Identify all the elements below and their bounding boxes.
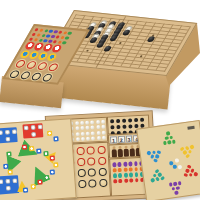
white-bead (80, 121, 84, 125)
colored-peg (134, 167, 138, 172)
number-tile: 3 (126, 135, 133, 142)
white-bead (86, 126, 90, 130)
ludo-path-cell (50, 170, 55, 175)
black-peg (122, 119, 126, 123)
ludo-path-cell (44, 175, 49, 180)
xiangqi-piece-black (98, 167, 108, 177)
colored-peg (113, 179, 117, 184)
white-bead (96, 125, 100, 129)
colored-peg (129, 178, 133, 183)
number-tile: 1 (110, 136, 117, 143)
brand-stamp-icon (187, 126, 194, 130)
ludo-path-cell (53, 162, 58, 167)
go-stone-black (96, 41, 105, 47)
checkers-peg (166, 131, 170, 135)
checkers-peg (194, 172, 199, 177)
drawer-peg (39, 29, 44, 33)
colored-peg (113, 168, 117, 173)
ludo-path-cell (43, 151, 48, 156)
chess-piece-body (124, 149, 129, 157)
ludo-path-cell (36, 148, 41, 153)
white-bead (97, 136, 101, 140)
white-bead (91, 136, 95, 140)
colored-peg (129, 167, 133, 172)
product-photo-multi-game-set: 12345 (0, 0, 200, 200)
white-bead (81, 137, 85, 141)
checkers-peg (172, 139, 176, 143)
xiangqi-piece-red (86, 156, 96, 166)
black-peg (128, 124, 132, 128)
colored-peg (118, 173, 122, 178)
go-stone-black (89, 37, 98, 43)
chess-piece (129, 145, 135, 156)
go-hoshi-point (86, 50, 89, 52)
checkers-peg (167, 140, 171, 144)
white-bead (85, 121, 89, 125)
drawer-xiangqi-rows (7, 59, 66, 84)
white-bead (86, 136, 90, 140)
colored-peg (112, 162, 116, 167)
checkers-peg (164, 136, 168, 140)
ludo-path-cell (23, 187, 28, 192)
white-bead (76, 137, 80, 141)
xiangqi-piece-black (88, 178, 98, 188)
ludo-path-cell (8, 169, 13, 174)
checkers-peg (176, 186, 180, 190)
black-peg (134, 118, 138, 122)
ludo-base (22, 123, 43, 138)
black-peg (140, 118, 144, 122)
checkers-peg (153, 158, 158, 163)
checkers-peg (155, 154, 160, 159)
chess-piece-body (112, 149, 117, 157)
colored-peg (123, 162, 127, 167)
white-bead (96, 120, 100, 124)
ludo-board (0, 118, 77, 200)
white-bead (75, 121, 79, 125)
white-bead (75, 126, 79, 130)
go-stone-black (122, 29, 131, 35)
go-hoshi-point (139, 55, 142, 57)
checkers-peg (190, 144, 195, 149)
checkers-peg (172, 187, 176, 191)
checkers-center-peg (178, 165, 182, 169)
go-stone-black (103, 46, 112, 52)
colored-peg (123, 167, 127, 172)
checkers-peg (169, 183, 173, 187)
white-bead (75, 132, 79, 136)
checkers-triangle (165, 178, 187, 198)
chess-piece (123, 146, 129, 157)
xiangqi-piece-black (98, 178, 108, 188)
checkers-peg (169, 135, 173, 139)
black-peg (110, 119, 114, 123)
colored-peg (113, 173, 117, 178)
chess-piece (111, 146, 117, 157)
xiangqi-piece-red (86, 145, 96, 155)
ludo-path-cell (3, 164, 8, 169)
ludo-path-cell (53, 136, 58, 141)
checkers-peg (175, 191, 179, 195)
checkers-center-peg (175, 158, 179, 162)
white-bead (102, 130, 106, 134)
checkers-center-peg (173, 165, 177, 169)
white-bead (102, 136, 106, 140)
colored-peg (128, 161, 132, 166)
colored-peg (118, 167, 122, 172)
number-tile: 2 (118, 136, 125, 143)
white-bead (101, 125, 105, 129)
chinese-checkers-board (136, 120, 200, 200)
colored-peg (135, 178, 139, 183)
chess-piece-body (118, 149, 123, 157)
drawer-peg (58, 31, 63, 35)
xiangqi-piece-black (87, 167, 97, 177)
xiangqi-piece-red (75, 146, 85, 156)
black-peg (116, 119, 120, 123)
white-bead (91, 131, 95, 135)
white-bead (80, 126, 84, 130)
colored-peg (118, 162, 122, 167)
black-peg (110, 125, 114, 129)
xiangqi-piece-red (97, 145, 107, 155)
white-bead (91, 126, 95, 130)
ludo-base (0, 127, 18, 143)
ludo-path-cell (6, 151, 11, 156)
chess-piece-body (130, 148, 135, 156)
checkers-peg (163, 141, 167, 145)
colored-peg (119, 178, 123, 183)
colored-peg (124, 173, 128, 178)
drawer-peg (62, 41, 67, 45)
go-stone-black (146, 36, 155, 42)
ludo-path-cell (29, 146, 34, 151)
ludo-path-cell (50, 155, 55, 160)
white-bead (96, 131, 100, 135)
black-peg (116, 125, 120, 129)
ludo-base (0, 175, 19, 194)
colored-peg (134, 172, 138, 177)
checkers-peg (178, 182, 182, 186)
white-bead (101, 120, 105, 124)
go-hoshi-point (119, 42, 122, 44)
white-bead (81, 131, 85, 135)
colored-peg (129, 172, 133, 177)
go-stone-black (109, 35, 118, 41)
ludo-path-cell (47, 131, 52, 136)
white-bead (86, 131, 90, 135)
checkers-peg (173, 182, 177, 186)
xiangqi-piece-red (76, 157, 86, 167)
chess-piece (117, 146, 123, 157)
xiangqi-piece-black (76, 168, 86, 178)
ludo-path-cell (37, 179, 42, 184)
colored-peg (134, 161, 138, 166)
xiangqi-piece-red (97, 156, 107, 166)
drawer-peg (67, 32, 72, 36)
drawer-peg (65, 36, 70, 40)
xiangqi-piece-black (77, 179, 87, 189)
white-bead (91, 120, 95, 124)
colored-peg (124, 178, 128, 183)
ludo-path-cell (31, 184, 36, 189)
black-peg (122, 125, 126, 129)
black-peg (128, 118, 132, 122)
ludo-path-cell (22, 144, 27, 149)
